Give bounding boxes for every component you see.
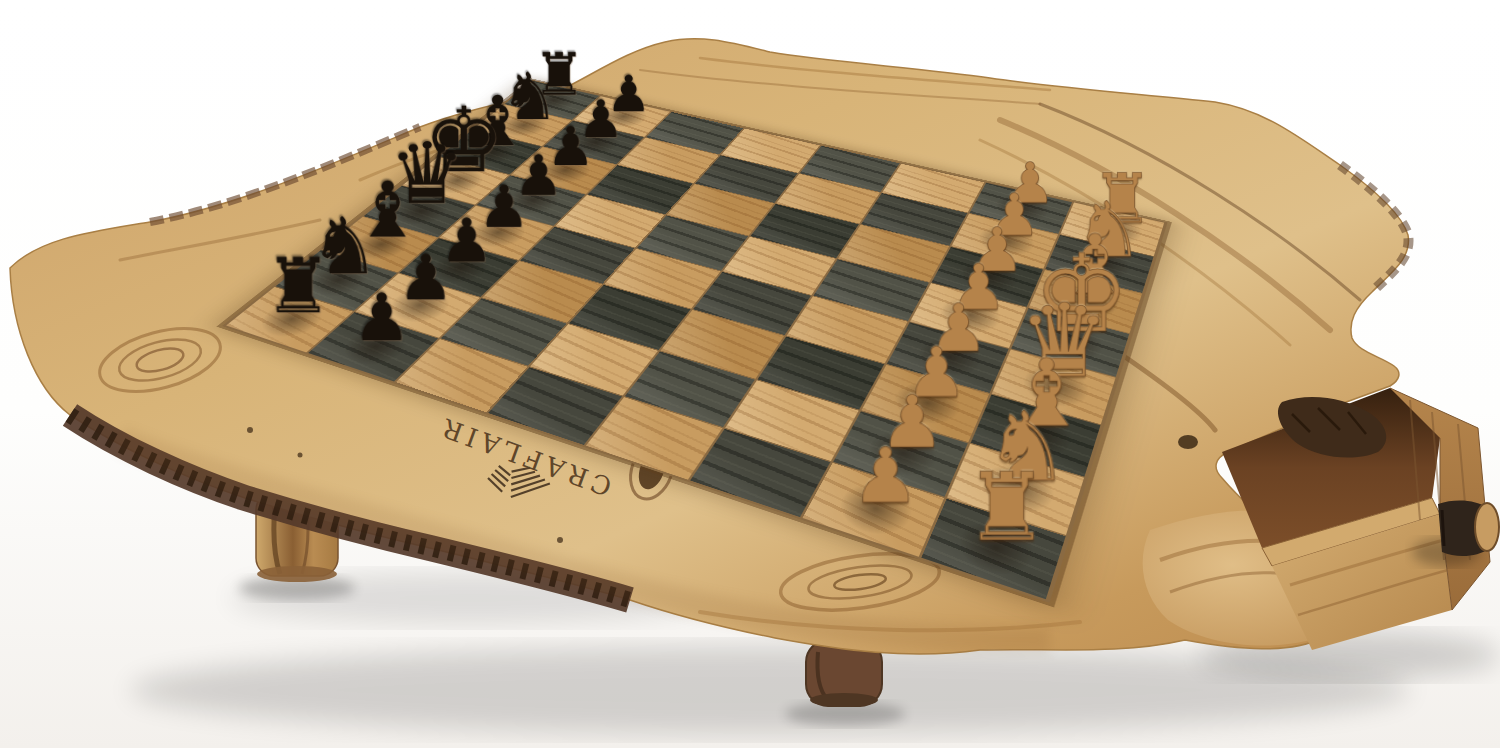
white-pawn[interactable]: ♟ xyxy=(829,441,940,511)
black-pawn[interactable]: ♟ xyxy=(334,288,429,348)
black-rook[interactable]: ♜ xyxy=(252,252,345,322)
white-rook[interactable]: ♜ xyxy=(949,464,1064,550)
drawer-knob xyxy=(1438,501,1499,557)
product-photo-scene: CRAFLAIR ♜♞♝♛♚♝♞♜♟♟♟♟♟♟♟♟♟♟♟♟♟♟♟♟♜♞♝♛♚♝♞… xyxy=(0,0,1500,748)
